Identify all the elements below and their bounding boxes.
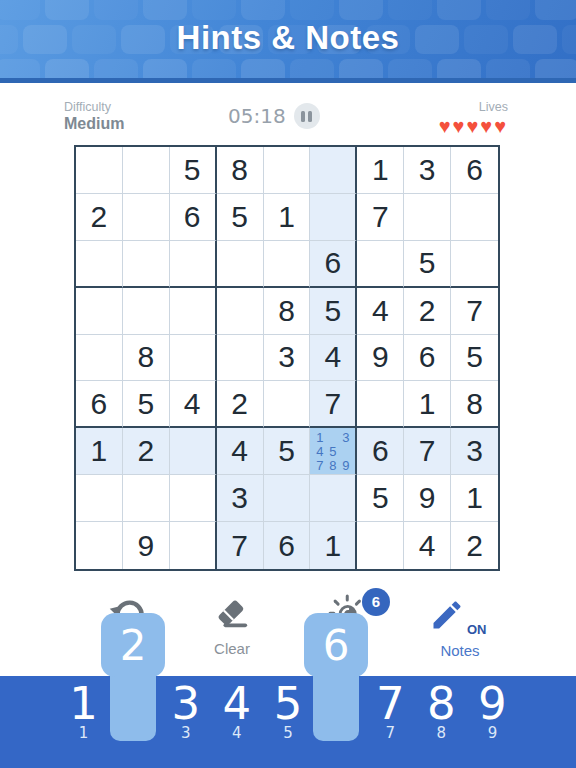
cell-r3c9[interactable]: [451, 241, 498, 288]
cell-r3c4[interactable]: [217, 241, 264, 288]
cell-r8c3[interactable]: [170, 475, 217, 522]
numpad-key-4[interactable]: 44: [211, 676, 262, 768]
cell-r1c1[interactable]: [76, 147, 123, 194]
app-screen: Hints & Notes Difficulty Medium 05:18 Li…: [0, 0, 576, 768]
heart-icon: ♥: [494, 115, 508, 137]
pencil-icon: [429, 597, 465, 633]
cell-r8c5[interactable]: [264, 475, 311, 522]
page-title: Hints & Notes: [0, 0, 576, 76]
cell-r4c1[interactable]: [76, 288, 123, 335]
hint-count-badge: 6: [362, 588, 390, 616]
cell-r3c2[interactable]: [123, 241, 170, 288]
cell-r5c5[interactable]: 3: [264, 335, 311, 382]
cell-r5c9[interactable]: 5: [451, 335, 498, 382]
cell-r7c2[interactable]: 2: [123, 428, 170, 475]
numpad-key-2-value: 2: [101, 613, 165, 677]
heart-icon: ♥: [439, 115, 453, 137]
cell-r7c5[interactable]: 5: [264, 428, 311, 475]
cell-r9c2[interactable]: 9: [123, 522, 170, 569]
numpad-key-7[interactable]: 77: [365, 676, 416, 768]
cell-r7c6[interactable]: 1345789: [310, 428, 357, 475]
cell-r8c7[interactable]: 5: [357, 475, 404, 522]
cell-r1c8[interactable]: 3: [404, 147, 451, 194]
cell-r8c8[interactable]: 9: [404, 475, 451, 522]
pencil-notes: 1345789: [310, 428, 355, 474]
cell-r2c6[interactable]: [310, 194, 357, 241]
cell-r2c8[interactable]: [404, 194, 451, 241]
cell-r9c5[interactable]: 6: [264, 522, 311, 569]
cell-r7c8[interactable]: 7: [404, 428, 451, 475]
difficulty-block: Difficulty Medium: [64, 100, 124, 133]
heart-icon: ♥: [466, 115, 480, 137]
notes-label: Notes: [415, 642, 505, 659]
lives-block: Lives ♥♥♥♥♥: [439, 100, 508, 138]
heart-icon: ♥: [480, 115, 494, 137]
cell-r9c4[interactable]: 7: [217, 522, 264, 569]
cell-r9c1[interactable]: [76, 522, 123, 569]
number-pad: 11334455778899: [0, 676, 576, 768]
cell-r2c4[interactable]: 5: [217, 194, 264, 241]
numpad-key-6-value: 6: [304, 613, 368, 677]
header: Hints & Notes: [0, 0, 576, 83]
cell-r1c4[interactable]: 8: [217, 147, 264, 194]
cell-r1c2[interactable]: [123, 147, 170, 194]
cell-r4c6[interactable]: 5: [310, 288, 357, 335]
cell-r4c7[interactable]: 4: [357, 288, 404, 335]
cell-r1c5[interactable]: [264, 147, 311, 194]
cell-r2c5[interactable]: 1: [264, 194, 311, 241]
cell-r8c1[interactable]: [76, 475, 123, 522]
heart-icon: ♥: [453, 115, 467, 137]
cell-r5c2[interactable]: 8: [123, 335, 170, 382]
cell-r6c9[interactable]: 8: [451, 381, 498, 428]
cell-r3c8[interactable]: 5: [404, 241, 451, 288]
notes-button[interactable]: ON Notes: [415, 596, 505, 668]
cell-r1c3[interactable]: 5: [170, 147, 217, 194]
cell-r6c4[interactable]: 2: [217, 381, 264, 428]
cell-r5c6[interactable]: 4: [310, 335, 357, 382]
clear-label: Clear: [187, 640, 277, 657]
cell-r5c3[interactable]: [170, 335, 217, 382]
cell-r1c7[interactable]: 1: [357, 147, 404, 194]
cell-r9c7[interactable]: [357, 522, 404, 569]
cell-r9c3[interactable]: [170, 522, 217, 569]
cell-r2c7[interactable]: 7: [357, 194, 404, 241]
cell-r4c3[interactable]: [170, 288, 217, 335]
numpad-key-3[interactable]: 33: [160, 676, 211, 768]
cell-r4c8[interactable]: 2: [404, 288, 451, 335]
cell-r3c7[interactable]: [357, 241, 404, 288]
cell-r1c6[interactable]: [310, 147, 357, 194]
cell-r4c5[interactable]: 8: [264, 288, 311, 335]
numpad-key-8[interactable]: 88: [416, 676, 467, 768]
lives-hearts: ♥♥♥♥♥: [439, 115, 508, 138]
cell-r3c1[interactable]: [76, 241, 123, 288]
cell-r7c9[interactable]: 3: [451, 428, 498, 475]
lives-label: Lives: [439, 100, 508, 114]
cell-r1c9[interactable]: 6: [451, 147, 498, 194]
cell-r9c8[interactable]: 4: [404, 522, 451, 569]
notes-on-toggle: ON: [467, 622, 487, 637]
cell-r4c2[interactable]: [123, 288, 170, 335]
cell-r7c3[interactable]: [170, 428, 217, 475]
difficulty-value: Medium: [64, 115, 124, 133]
cell-r8c4[interactable]: 3: [217, 475, 264, 522]
cell-r8c2[interactable]: [123, 475, 170, 522]
eraser-icon: [212, 594, 252, 634]
cell-r3c3[interactable]: [170, 241, 217, 288]
cell-r6c1[interactable]: 6: [76, 381, 123, 428]
cell-r5c4[interactable]: [217, 335, 264, 382]
cell-r7c7[interactable]: 6: [357, 428, 404, 475]
cell-r6c8[interactable]: 1: [404, 381, 451, 428]
sudoku-board: 5813626517658542783496565427181245134578…: [74, 145, 500, 571]
cell-r3c5[interactable]: [264, 241, 311, 288]
pause-button[interactable]: [294, 103, 320, 129]
cell-r5c7[interactable]: 9: [357, 335, 404, 382]
cell-r6c3[interactable]: 4: [170, 381, 217, 428]
clear-button[interactable]: Clear: [187, 594, 277, 666]
cell-r6c7[interactable]: [357, 381, 404, 428]
cell-r8c6[interactable]: [310, 475, 357, 522]
cell-r2c2[interactable]: [123, 194, 170, 241]
numpad-key-9[interactable]: 99: [467, 676, 518, 768]
cell-r6c5[interactable]: [264, 381, 311, 428]
cell-r4c4[interactable]: [217, 288, 264, 335]
cell-r5c8[interactable]: 6: [404, 335, 451, 382]
timer-block: 05:18: [228, 103, 320, 129]
cell-r4c9[interactable]: 7: [451, 288, 498, 335]
cell-r7c4[interactable]: 4: [217, 428, 264, 475]
cell-r8c9[interactable]: 1: [451, 475, 498, 522]
pause-icon: [301, 111, 305, 122]
cell-r9c6[interactable]: 1: [310, 522, 357, 569]
cell-r2c1[interactable]: 2: [76, 194, 123, 241]
cell-r3c6[interactable]: 6: [310, 241, 357, 288]
cell-r6c2[interactable]: 5: [123, 381, 170, 428]
timer: 05:18: [228, 104, 286, 128]
numpad-key-6-raised[interactable]: 6: [304, 613, 368, 741]
cell-r9c9[interactable]: 2: [451, 522, 498, 569]
cell-r2c3[interactable]: 6: [170, 194, 217, 241]
cell-r7c1[interactable]: 1: [76, 428, 123, 475]
cell-r5c1[interactable]: [76, 335, 123, 382]
difficulty-label: Difficulty: [64, 100, 124, 114]
numpad-key-2-raised[interactable]: 2: [101, 613, 165, 741]
cell-r2c9[interactable]: [451, 194, 498, 241]
cell-r6c6[interactable]: 7: [310, 381, 357, 428]
